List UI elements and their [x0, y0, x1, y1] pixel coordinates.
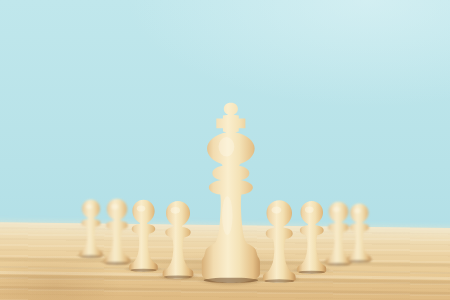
white-king [200, 101, 262, 286]
white-pawn-left-3 [125, 198, 162, 272]
white-pawn-right-1 [258, 198, 301, 283]
white-pawn-right-4 [344, 202, 375, 263]
white-pawn-left-4 [158, 199, 198, 279]
chess-photo-scene [0, 0, 450, 300]
